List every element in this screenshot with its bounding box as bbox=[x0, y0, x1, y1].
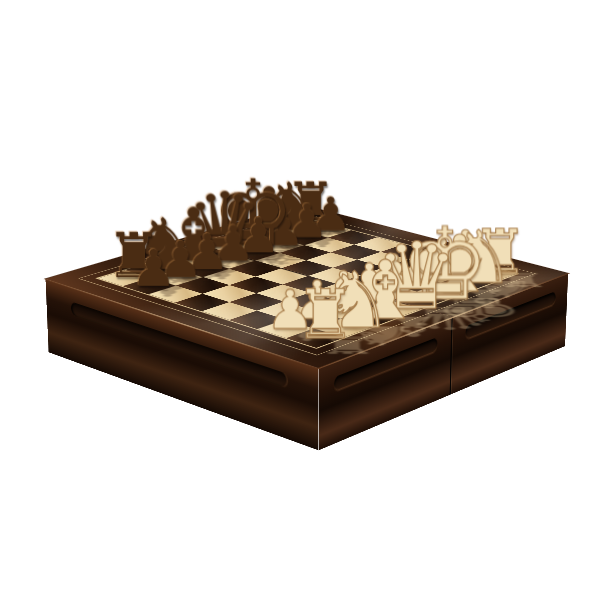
piece-black-knight: ♞ bbox=[261, 180, 295, 237]
square-c8: ♝♝ bbox=[153, 254, 204, 269]
piece-reflection: ♜ bbox=[316, 334, 358, 354]
piece-black-rook: ♜ bbox=[106, 230, 143, 283]
scene: ♜♜♞♞♝♝♛♛♚♚♝♝♞♞♜♜♟♟♟♟♟♟♟♟♟♟♟♟♟♟♟♟♟♟♟♟♟♟♟♟… bbox=[0, 0, 600, 600]
piece-black-pawn: ♟ bbox=[310, 195, 344, 235]
piece-reflection: ♜ bbox=[491, 271, 533, 287]
square-f1: ♝♝ bbox=[417, 283, 470, 300]
piece-black-queen: ♛ bbox=[186, 188, 222, 260]
piece-white-pawn: ♟ bbox=[443, 228, 479, 270]
product-photo: ♜♜♞♞♝♝♛♛♚♚♝♝♞♞♜♜♟♟♟♟♟♟♟♟♟♟♟♟♟♟♟♟♟♟♟♟♟♟♟♟… bbox=[0, 0, 600, 600]
square-h1: ♜♜ bbox=[464, 266, 516, 282]
piece-black-knight: ♞ bbox=[133, 215, 170, 276]
chess-box: ♜♜♞♞♝♝♛♛♚♚♝♝♞♞♜♜♟♟♟♟♟♟♟♟♟♟♟♟♟♟♟♟♟♟♟♟♟♟♟♟… bbox=[45, 204, 568, 368]
piece-white-knight: ♞ bbox=[449, 226, 486, 288]
piece-black-rook: ♜ bbox=[285, 180, 319, 228]
square-a1: ♜♜ bbox=[287, 328, 344, 347]
square-d3 bbox=[310, 284, 364, 301]
piece-white-rook: ♜ bbox=[472, 226, 509, 279]
piece-black-bishop: ♝ bbox=[237, 183, 272, 244]
piece-black-bishop: ♝ bbox=[160, 204, 196, 267]
